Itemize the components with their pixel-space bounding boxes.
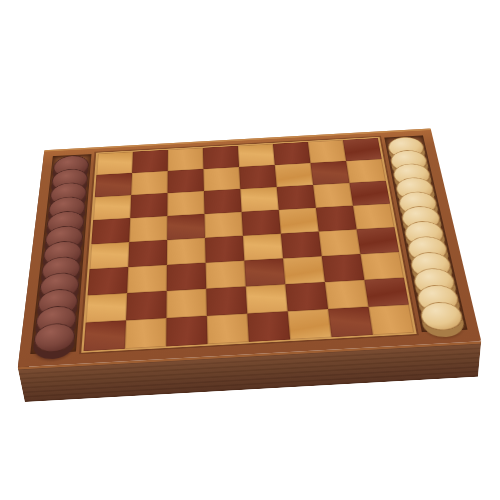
square-c6[interactable]: [167, 191, 204, 216]
square-b1[interactable]: [125, 318, 167, 349]
square-g7[interactable]: [310, 161, 349, 185]
square-h6[interactable]: [349, 181, 390, 206]
square-f2[interactable]: [285, 282, 328, 311]
square-c8[interactable]: [168, 148, 204, 171]
square-g6[interactable]: [313, 183, 353, 208]
dark-checker-piece[interactable]: [35, 305, 78, 335]
square-b7[interactable]: [131, 171, 168, 195]
dark-checker-piece[interactable]: [38, 272, 80, 300]
square-e2[interactable]: [246, 284, 288, 313]
square-b4[interactable]: [128, 240, 167, 267]
square-g1[interactable]: [328, 307, 373, 337]
dark-checker-piece[interactable]: [32, 322, 76, 353]
square-a1[interactable]: [84, 320, 126, 351]
square-h1[interactable]: [369, 305, 415, 335]
product-photo-scene: [0, 0, 500, 500]
square-e6[interactable]: [240, 187, 278, 212]
square-a8[interactable]: [96, 152, 133, 175]
light-checker-piece[interactable]: [409, 251, 454, 279]
square-f6[interactable]: [277, 185, 316, 210]
square-b3[interactable]: [127, 265, 167, 293]
square-d4[interactable]: [205, 236, 244, 263]
square-f1[interactable]: [288, 309, 332, 340]
board-rotation-wrapper: [23, 59, 463, 414]
square-f8[interactable]: [273, 142, 311, 165]
square-c1[interactable]: [166, 316, 207, 347]
square-b6[interactable]: [130, 193, 167, 218]
square-e7[interactable]: [239, 165, 277, 189]
square-f3[interactable]: [283, 256, 325, 284]
square-d8[interactable]: [203, 146, 239, 169]
square-f4[interactable]: [281, 231, 322, 258]
square-h2[interactable]: [364, 278, 409, 307]
dark-checker-piece[interactable]: [40, 256, 81, 284]
square-d2[interactable]: [206, 286, 247, 315]
square-h3[interactable]: [360, 252, 404, 280]
playing-area: [84, 138, 415, 351]
square-f7[interactable]: [275, 163, 313, 187]
square-c3[interactable]: [167, 263, 207, 291]
square-d5[interactable]: [204, 212, 242, 238]
square-e8[interactable]: [238, 144, 275, 167]
square-c5[interactable]: [167, 214, 205, 240]
square-b8[interactable]: [132, 150, 168, 173]
square-c7[interactable]: [168, 169, 204, 193]
checkers-board-box: [18, 129, 481, 368]
light-checker-piece[interactable]: [406, 236, 450, 263]
square-c2[interactable]: [166, 289, 206, 318]
square-e3[interactable]: [244, 258, 285, 286]
square-g8[interactable]: [308, 140, 346, 163]
square-a7[interactable]: [95, 173, 132, 197]
square-g4[interactable]: [319, 229, 361, 256]
square-a2[interactable]: [86, 293, 128, 322]
square-a4[interactable]: [90, 242, 130, 269]
square-e5[interactable]: [242, 210, 281, 236]
square-g5[interactable]: [316, 206, 357, 232]
square-a3[interactable]: [88, 267, 129, 295]
square-d6[interactable]: [204, 189, 242, 214]
square-a5[interactable]: [91, 218, 130, 244]
dark-checker-piece[interactable]: [37, 288, 79, 317]
light-checker-piece[interactable]: [412, 267, 457, 296]
square-b2[interactable]: [126, 291, 167, 320]
square-e4[interactable]: [243, 234, 283, 261]
square-b5[interactable]: [129, 216, 167, 242]
square-a6[interactable]: [93, 195, 131, 220]
light-checker-piece[interactable]: [418, 301, 465, 331]
square-d3[interactable]: [206, 261, 246, 289]
square-d1[interactable]: [207, 314, 249, 345]
light-checker-piece[interactable]: [403, 220, 446, 247]
square-g3[interactable]: [322, 254, 365, 282]
square-d7[interactable]: [203, 167, 240, 191]
square-h8[interactable]: [343, 138, 382, 161]
square-h4[interactable]: [357, 227, 400, 254]
square-g2[interactable]: [325, 280, 369, 309]
square-f5[interactable]: [279, 208, 319, 234]
square-c4[interactable]: [167, 238, 206, 265]
square-h7[interactable]: [346, 159, 386, 183]
square-h5[interactable]: [353, 204, 395, 230]
square-e1[interactable]: [247, 311, 290, 342]
light-checker-piece[interactable]: [415, 284, 461, 314]
